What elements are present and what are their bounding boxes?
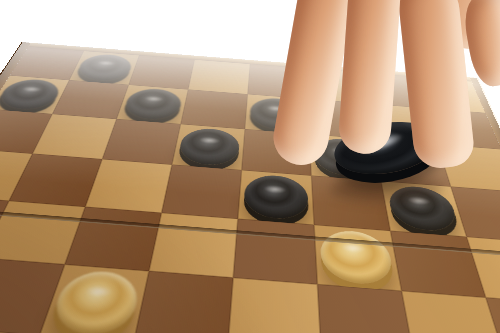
board-square[interactable] xyxy=(233,219,317,284)
board-square[interactable] xyxy=(162,165,242,219)
board-square[interactable] xyxy=(129,55,195,89)
black-piece[interactable] xyxy=(177,127,241,167)
board-square[interactable] xyxy=(181,90,248,130)
board-square[interactable] xyxy=(238,170,314,225)
board-square[interactable] xyxy=(102,119,180,165)
board-square[interactable] xyxy=(117,85,189,124)
yellow-piece[interactable] xyxy=(47,269,143,333)
board-square[interactable] xyxy=(314,225,402,291)
board-square[interactable] xyxy=(188,60,250,95)
board-square[interactable] xyxy=(85,159,172,213)
board-square[interactable] xyxy=(172,124,245,170)
black-piece[interactable] xyxy=(243,173,310,221)
board-square[interactable] xyxy=(134,271,234,333)
board-square[interactable] xyxy=(149,213,238,278)
board-square[interactable] xyxy=(227,278,321,333)
held-piece-shadow xyxy=(330,176,442,202)
black-piece[interactable] xyxy=(121,87,184,122)
black-piece[interactable] xyxy=(74,53,136,83)
scene xyxy=(0,0,500,333)
